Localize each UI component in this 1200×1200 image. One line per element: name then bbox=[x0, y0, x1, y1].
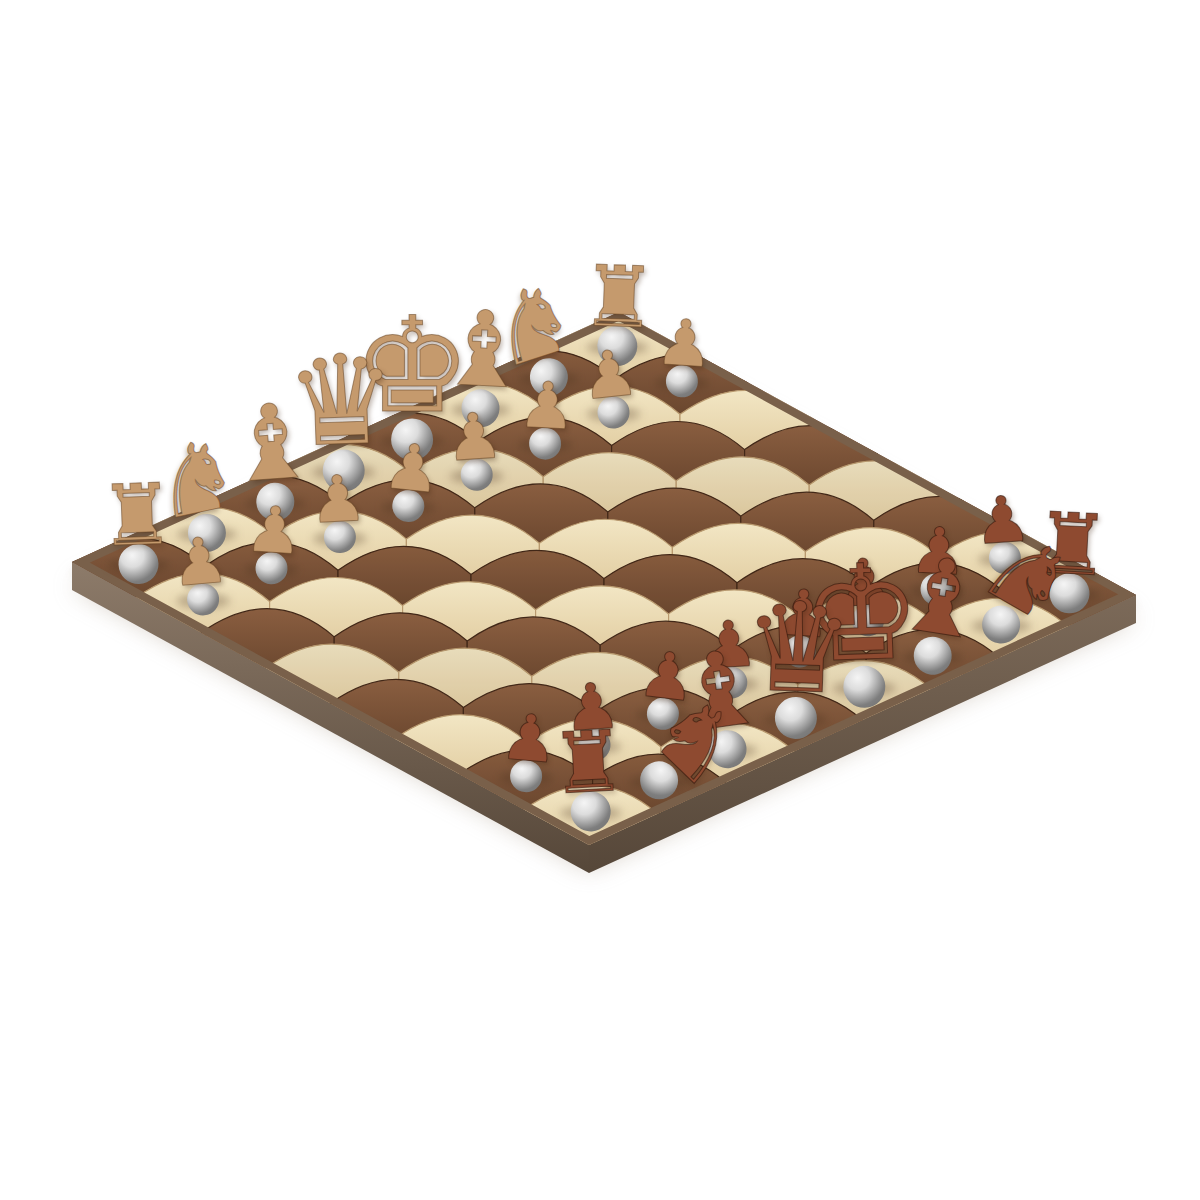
white-rook-icon: ♜ bbox=[580, 254, 658, 341]
white-pawn-icon: ♟ bbox=[443, 403, 505, 471]
white-pawn-icon: ♟ bbox=[308, 466, 369, 533]
white-pawn-icon: ♟ bbox=[380, 434, 444, 504]
white-pawn-icon: ♟ bbox=[517, 372, 578, 439]
black-rook-icon: ♜ bbox=[548, 718, 628, 806]
white-pawn-icon: ♟ bbox=[654, 310, 716, 378]
white-pawn-icon: ♟ bbox=[243, 497, 305, 565]
product-photo-scene: ♜♞♝♛♚♝♞♜♟♟♟♟♟♟♟♟♟♟♟♟♟♟♟♟♜♞♝♛♚♝♞♜ bbox=[0, 0, 1200, 1200]
white-pawn-icon: ♟ bbox=[578, 340, 642, 410]
white-pawn-icon: ♟ bbox=[168, 527, 231, 596]
white-rook-icon: ♜ bbox=[98, 472, 176, 559]
